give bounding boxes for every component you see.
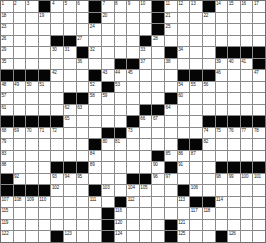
cell-r9c9[interactable]: 59 bbox=[102, 93, 114, 104]
cell-r11c12[interactable]: 66 bbox=[140, 116, 152, 127]
cell-r5c11[interactable] bbox=[127, 47, 139, 58]
cell-r9c15[interactable]: 60 bbox=[178, 93, 190, 104]
cell-r5c1[interactable]: 29 bbox=[1, 47, 13, 58]
cell-r19c5[interactable] bbox=[51, 208, 63, 219]
cell-r4c7[interactable]: 27 bbox=[77, 36, 89, 47]
cell-r5c2[interactable] bbox=[14, 47, 26, 58]
cell-r20c16[interactable] bbox=[190, 220, 202, 231]
cell-r3c5[interactable] bbox=[51, 24, 63, 35]
cell-r7c12[interactable] bbox=[140, 70, 152, 81]
cell-r21c4[interactable] bbox=[39, 231, 51, 242]
cell-r3c17[interactable] bbox=[203, 24, 215, 35]
cell-r21c17[interactable] bbox=[203, 231, 215, 242]
cell-r7c14[interactable] bbox=[165, 70, 177, 81]
cell-r13c13[interactable] bbox=[152, 139, 164, 150]
cell-r1c18[interactable]: 14 bbox=[216, 1, 228, 12]
cell-r5c10[interactable] bbox=[115, 47, 127, 58]
cell-r4c2[interactable] bbox=[14, 36, 26, 47]
cell-r14c12[interactable] bbox=[140, 151, 152, 162]
cell-r13c19[interactable] bbox=[228, 139, 240, 150]
cell-r3c14[interactable]: 25 bbox=[165, 24, 177, 35]
cell-r2c4[interactable]: 19 bbox=[39, 13, 51, 24]
cell-r9c19[interactable] bbox=[228, 93, 240, 104]
cell-r14c21[interactable] bbox=[253, 151, 265, 162]
cell-r7c19[interactable] bbox=[228, 70, 240, 81]
cell-r14c9[interactable] bbox=[102, 151, 114, 162]
cell-r14c15[interactable]: 86 bbox=[178, 151, 190, 162]
cell-r6c2[interactable] bbox=[14, 59, 26, 70]
cell-r1c2[interactable]: 2 bbox=[14, 1, 26, 12]
cell-r3c4[interactable] bbox=[39, 24, 51, 35]
cell-r6c20[interactable]: 41 bbox=[241, 59, 253, 70]
cell-r7c18[interactable]: 46 bbox=[216, 70, 228, 81]
cell-r12c18[interactable]: 75 bbox=[216, 128, 228, 139]
cell-r9c3[interactable] bbox=[26, 93, 38, 104]
cell-r7c21[interactable]: 47 bbox=[253, 70, 265, 81]
cell-r20c15[interactable]: 121 bbox=[178, 220, 190, 231]
cell-r19c21[interactable] bbox=[253, 208, 265, 219]
cell-r9c16[interactable] bbox=[190, 93, 202, 104]
cell-r12c2[interactable]: 69 bbox=[14, 128, 26, 139]
cell-r12c16[interactable] bbox=[190, 128, 202, 139]
cell-r16c21[interactable]: 101 bbox=[253, 174, 265, 185]
cell-r12c8[interactable] bbox=[89, 128, 101, 139]
cell-r16c8[interactable] bbox=[89, 174, 101, 185]
cell-r1c15[interactable]: 12 bbox=[178, 1, 190, 12]
cell-r18c7[interactable] bbox=[77, 197, 89, 208]
cell-r14c2[interactable] bbox=[14, 151, 26, 162]
cell-r12c17[interactable]: 74 bbox=[203, 128, 215, 139]
cell-r2c5[interactable] bbox=[51, 13, 63, 24]
cell-r5c6[interactable]: 31 bbox=[64, 47, 76, 58]
cell-r21c20[interactable] bbox=[241, 231, 253, 242]
cell-r16c15[interactable] bbox=[178, 174, 190, 185]
cell-r6c15[interactable] bbox=[178, 59, 190, 70]
cell-r8c3[interactable]: 50 bbox=[26, 82, 38, 93]
cell-r15c13[interactable]: 90 bbox=[152, 162, 164, 173]
cell-r12c6[interactable] bbox=[64, 128, 76, 139]
cell-r16c4[interactable] bbox=[39, 174, 51, 185]
cell-r13c14[interactable] bbox=[165, 139, 177, 150]
cell-r16c18[interactable]: 98 bbox=[216, 174, 228, 185]
cell-r12c14[interactable] bbox=[165, 128, 177, 139]
cell-r15c2[interactable] bbox=[14, 162, 26, 173]
cell-r4c19[interactable] bbox=[228, 36, 240, 47]
cell-r17c6[interactable] bbox=[64, 185, 76, 196]
cell-r20c21[interactable] bbox=[253, 220, 265, 231]
cell-r3c7[interactable] bbox=[77, 24, 89, 35]
cell-r2c10[interactable] bbox=[115, 13, 127, 24]
cell-r19c15[interactable] bbox=[178, 208, 190, 219]
cell-r2c11[interactable] bbox=[127, 13, 139, 24]
cell-r6c3[interactable] bbox=[26, 59, 38, 70]
cell-r5c17[interactable] bbox=[203, 47, 215, 58]
cell-r1c19[interactable]: 15 bbox=[228, 1, 240, 12]
cell-r18c2[interactable]: 108 bbox=[14, 197, 26, 208]
cell-r2c18[interactable] bbox=[216, 13, 228, 24]
cell-r16c20[interactable]: 100 bbox=[241, 174, 253, 185]
cell-r3c15[interactable] bbox=[178, 24, 190, 35]
cell-r20c5[interactable] bbox=[51, 220, 63, 231]
cell-r12c7[interactable] bbox=[77, 128, 89, 139]
cell-r6c18[interactable]: 39 bbox=[216, 59, 228, 70]
cell-r9c11[interactable] bbox=[127, 93, 139, 104]
cell-r10c2[interactable] bbox=[14, 105, 26, 116]
cell-r8c16[interactable]: 55 bbox=[190, 82, 202, 93]
cell-r19c14[interactable] bbox=[165, 208, 177, 219]
cell-r15c10[interactable] bbox=[115, 162, 127, 173]
cell-r14c4[interactable] bbox=[39, 151, 51, 162]
cell-r18c1[interactable]: 107 bbox=[1, 197, 13, 208]
cell-r4c21[interactable] bbox=[253, 36, 265, 47]
cell-r10c8[interactable] bbox=[89, 105, 101, 116]
cell-r19c20[interactable] bbox=[241, 208, 253, 219]
cell-r9c4[interactable] bbox=[39, 93, 51, 104]
cell-r13c1[interactable]: 79 bbox=[1, 139, 13, 150]
cell-r6c9[interactable] bbox=[102, 59, 114, 70]
cell-r18c14[interactable] bbox=[165, 197, 177, 208]
cell-r3c2[interactable] bbox=[14, 24, 26, 35]
cell-r17c21[interactable] bbox=[253, 185, 265, 196]
cell-r17c18[interactable] bbox=[216, 185, 228, 196]
cell-r11c16[interactable] bbox=[190, 116, 202, 127]
cell-r13c12[interactable] bbox=[140, 139, 152, 150]
cell-r4c14[interactable] bbox=[165, 36, 177, 47]
cell-r4c15[interactable] bbox=[178, 36, 190, 47]
cell-r16c9[interactable] bbox=[102, 174, 114, 185]
cell-r8c7[interactable] bbox=[77, 82, 89, 93]
cell-r18c9[interactable] bbox=[102, 197, 114, 208]
cell-r13c5[interactable] bbox=[51, 139, 63, 150]
cell-r14c10[interactable] bbox=[115, 151, 127, 162]
cell-r21c11[interactable] bbox=[127, 231, 139, 242]
cell-r11c8[interactable] bbox=[89, 116, 101, 127]
cell-r14c8[interactable]: 84 bbox=[89, 151, 101, 162]
cell-r14c18[interactable] bbox=[216, 151, 228, 162]
cell-r20c8[interactable] bbox=[89, 220, 101, 231]
cell-r11c9[interactable] bbox=[102, 116, 114, 127]
cell-r20c10[interactable]: 120 bbox=[115, 220, 127, 231]
cell-r10c5[interactable] bbox=[51, 105, 63, 116]
cell-r2c15[interactable] bbox=[178, 13, 190, 24]
cell-r14c5[interactable] bbox=[51, 151, 63, 162]
cell-r4c16[interactable] bbox=[190, 36, 202, 47]
cell-r21c13[interactable] bbox=[152, 231, 164, 242]
cell-r7c7[interactable] bbox=[77, 70, 89, 81]
cell-r19c19[interactable] bbox=[228, 208, 240, 219]
cell-r7c10[interactable]: 44 bbox=[115, 70, 127, 81]
cell-r8c18[interactable] bbox=[216, 82, 228, 93]
cell-r9c5[interactable] bbox=[51, 93, 63, 104]
cell-r9c12[interactable] bbox=[140, 93, 152, 104]
cell-r17c7[interactable] bbox=[77, 185, 89, 196]
cell-r20c7[interactable] bbox=[77, 220, 89, 231]
cell-r1c10[interactable]: 8 bbox=[115, 1, 127, 12]
cell-r4c13[interactable]: 28 bbox=[152, 36, 164, 47]
cell-r7c9[interactable]: 43 bbox=[102, 70, 114, 81]
cell-r8c6[interactable] bbox=[64, 82, 76, 93]
cell-r21c2[interactable] bbox=[14, 231, 26, 242]
cell-r10c17[interactable] bbox=[203, 105, 215, 116]
cell-r19c3[interactable] bbox=[26, 208, 38, 219]
cell-r17c9[interactable]: 103 bbox=[102, 185, 114, 196]
cell-r2c16[interactable] bbox=[190, 13, 202, 24]
cell-r8c19[interactable] bbox=[228, 82, 240, 93]
cell-r18c21[interactable] bbox=[253, 197, 265, 208]
cell-r16c19[interactable]: 99 bbox=[228, 174, 240, 185]
cell-r7c20[interactable] bbox=[241, 70, 253, 81]
cell-r21c19[interactable]: 126 bbox=[228, 231, 240, 242]
cell-r21c1[interactable]: 122 bbox=[1, 231, 13, 242]
cell-r3c12[interactable] bbox=[140, 24, 152, 35]
cell-r13c20[interactable] bbox=[241, 139, 253, 150]
cell-r3c11[interactable] bbox=[127, 24, 139, 35]
cell-r11c15[interactable] bbox=[178, 116, 190, 127]
cell-r18c18[interactable]: 114 bbox=[216, 197, 228, 208]
cell-r21c21[interactable] bbox=[253, 231, 265, 242]
cell-r8c15[interactable]: 54 bbox=[178, 82, 190, 93]
cell-r19c6[interactable] bbox=[64, 208, 76, 219]
cell-r14c6[interactable] bbox=[64, 151, 76, 162]
cell-r14c17[interactable] bbox=[203, 151, 215, 162]
cell-r12c3[interactable]: 70 bbox=[26, 128, 38, 139]
cell-r4c18[interactable] bbox=[216, 36, 228, 47]
cell-r17c13[interactable] bbox=[152, 185, 164, 196]
cell-r3c8[interactable]: 24 bbox=[89, 24, 101, 35]
cell-r2c12[interactable] bbox=[140, 13, 152, 24]
cell-r15c3[interactable] bbox=[26, 162, 38, 173]
cell-r9c8[interactable]: 58 bbox=[89, 93, 101, 104]
cell-r2c2[interactable] bbox=[14, 13, 26, 24]
cell-r5c15[interactable]: 34 bbox=[178, 47, 190, 58]
cell-r14c3[interactable] bbox=[26, 151, 38, 162]
cell-r9c10[interactable] bbox=[115, 93, 127, 104]
cell-r18c5[interactable] bbox=[51, 197, 63, 208]
cell-r18c12[interactable] bbox=[140, 197, 152, 208]
cell-r17c10[interactable] bbox=[115, 185, 127, 196]
cell-r17c5[interactable]: 102 bbox=[51, 185, 63, 196]
cell-r6c19[interactable]: 40 bbox=[228, 59, 240, 70]
cell-r2c6[interactable] bbox=[64, 13, 76, 24]
cell-r12c15[interactable] bbox=[178, 128, 190, 139]
cell-r9c13[interactable] bbox=[152, 93, 164, 104]
cell-r5c13[interactable] bbox=[152, 47, 164, 58]
cell-r17c17[interactable] bbox=[203, 185, 215, 196]
cell-r8c14[interactable] bbox=[165, 82, 177, 93]
cell-r1c11[interactable]: 9 bbox=[127, 1, 139, 12]
cell-r12c1[interactable]: 68 bbox=[1, 128, 13, 139]
cell-r5c8[interactable]: 32 bbox=[89, 47, 101, 58]
cell-r6c13[interactable] bbox=[152, 59, 164, 70]
cell-r15c4[interactable] bbox=[39, 162, 51, 173]
cell-r10c10[interactable] bbox=[115, 105, 127, 116]
cell-r13c9[interactable]: 80 bbox=[102, 139, 114, 150]
cell-r16c3[interactable] bbox=[26, 174, 38, 185]
cell-r15c8[interactable]: 89 bbox=[89, 162, 101, 173]
cell-r7c6[interactable] bbox=[64, 70, 76, 81]
cell-r20c2[interactable] bbox=[14, 220, 26, 231]
cell-r5c9[interactable] bbox=[102, 47, 114, 58]
cell-r16c13[interactable]: 96 bbox=[152, 174, 164, 185]
cell-r20c11[interactable] bbox=[127, 220, 139, 231]
cell-r21c6[interactable]: 123 bbox=[64, 231, 76, 242]
cell-r17c16[interactable]: 106 bbox=[190, 185, 202, 196]
cell-r11c7[interactable] bbox=[77, 116, 89, 127]
cell-r18c20[interactable] bbox=[241, 197, 253, 208]
cell-r10c20[interactable] bbox=[241, 105, 253, 116]
cell-r19c16[interactable]: 117 bbox=[190, 208, 202, 219]
cell-r16c5[interactable]: 93 bbox=[51, 174, 63, 185]
cell-r11c14[interactable] bbox=[165, 116, 177, 127]
cell-r13c6[interactable] bbox=[64, 139, 76, 150]
cell-r10c4[interactable] bbox=[39, 105, 51, 116]
cell-r8c11[interactable] bbox=[127, 82, 139, 93]
cell-r3c6[interactable] bbox=[64, 24, 76, 35]
cell-r10c6[interactable]: 62 bbox=[64, 105, 76, 116]
cell-r10c11[interactable] bbox=[127, 105, 139, 116]
cell-r10c7[interactable]: 63 bbox=[77, 105, 89, 116]
cell-r8c4[interactable]: 51 bbox=[39, 82, 51, 93]
cell-r19c8[interactable] bbox=[89, 208, 101, 219]
cell-r5c3[interactable] bbox=[26, 47, 38, 58]
cell-r8c10[interactable]: 53 bbox=[115, 82, 127, 93]
cell-r1c3[interactable]: 3 bbox=[26, 1, 38, 12]
cell-r14c11[interactable] bbox=[127, 151, 139, 162]
cell-r7c5[interactable]: 42 bbox=[51, 70, 63, 81]
cell-r2c3[interactable] bbox=[26, 13, 38, 24]
cell-r20c12[interactable] bbox=[140, 220, 152, 231]
cell-r9c21[interactable] bbox=[253, 93, 265, 104]
cell-r5c12[interactable]: 33 bbox=[140, 47, 152, 58]
cell-r6c17[interactable] bbox=[203, 59, 215, 70]
cell-r14c7[interactable] bbox=[77, 151, 89, 162]
cell-r21c7[interactable] bbox=[77, 231, 89, 242]
cell-r7c11[interactable]: 45 bbox=[127, 70, 139, 81]
cell-r3c9[interactable] bbox=[102, 24, 114, 35]
cell-r8c12[interactable] bbox=[140, 82, 152, 93]
cell-r3c19[interactable] bbox=[228, 24, 240, 35]
cell-r12c19[interactable]: 76 bbox=[228, 128, 240, 139]
cell-r8c21[interactable] bbox=[253, 82, 265, 93]
cell-r3c1[interactable]: 23 bbox=[1, 24, 13, 35]
cell-r15c15[interactable]: 91 bbox=[178, 162, 190, 173]
cell-r11c13[interactable]: 67 bbox=[152, 116, 164, 127]
cell-r18c8[interactable]: 111 bbox=[89, 197, 101, 208]
cell-r2c9[interactable]: 20 bbox=[102, 13, 114, 24]
cell-r18c6[interactable] bbox=[64, 197, 76, 208]
cell-r3c16[interactable] bbox=[190, 24, 202, 35]
cell-r4c8[interactable] bbox=[89, 36, 101, 47]
cell-r17c14[interactable] bbox=[165, 185, 177, 196]
cell-r17c12[interactable]: 105 bbox=[140, 185, 152, 196]
cell-r6c6[interactable] bbox=[64, 59, 76, 70]
cell-r19c11[interactable] bbox=[127, 208, 139, 219]
cell-r20c1[interactable]: 119 bbox=[1, 220, 13, 231]
cell-r16c7[interactable]: 95 bbox=[77, 174, 89, 185]
cell-r8c8[interactable]: 52 bbox=[89, 82, 101, 93]
cell-r17c11[interactable]: 104 bbox=[127, 185, 139, 196]
cell-r18c13[interactable] bbox=[152, 197, 164, 208]
cell-r19c2[interactable] bbox=[14, 208, 26, 219]
cell-r11c6[interactable]: 65 bbox=[64, 116, 76, 127]
cell-r12c20[interactable]: 77 bbox=[241, 128, 253, 139]
cell-r19c10[interactable]: 116 bbox=[115, 208, 127, 219]
cell-r9c20[interactable] bbox=[241, 93, 253, 104]
cell-r6c16[interactable] bbox=[190, 59, 202, 70]
cell-r10c18[interactable] bbox=[216, 105, 228, 116]
cell-r6c8[interactable] bbox=[89, 59, 101, 70]
cell-r15c9[interactable] bbox=[102, 162, 114, 173]
cell-r6c12[interactable]: 37 bbox=[140, 59, 152, 70]
cell-r3c18[interactable] bbox=[216, 24, 228, 35]
cell-r13c10[interactable]: 81 bbox=[115, 139, 127, 150]
cell-r1c1[interactable]: 1 bbox=[1, 1, 13, 12]
cell-r1c16[interactable]: 13 bbox=[190, 1, 202, 12]
cell-r2c17[interactable]: 22 bbox=[203, 13, 215, 24]
cell-r1c9[interactable]: 7 bbox=[102, 1, 114, 12]
cell-r14c20[interactable] bbox=[241, 151, 253, 162]
cell-r11c10[interactable] bbox=[115, 116, 127, 127]
cell-r19c13[interactable] bbox=[152, 208, 164, 219]
cell-r20c18[interactable] bbox=[216, 220, 228, 231]
cell-r20c20[interactable] bbox=[241, 220, 253, 231]
cell-r17c20[interactable] bbox=[241, 185, 253, 196]
cell-r20c19[interactable] bbox=[228, 220, 240, 231]
cell-r12c12[interactable] bbox=[140, 128, 152, 139]
cell-r6c4[interactable] bbox=[39, 59, 51, 70]
cell-r16c2[interactable]: 92 bbox=[14, 174, 26, 185]
cell-r21c12[interactable] bbox=[140, 231, 152, 242]
cell-r21c10[interactable]: 124 bbox=[115, 231, 127, 242]
cell-r10c15[interactable] bbox=[178, 105, 190, 116]
cell-r15c12[interactable] bbox=[140, 162, 152, 173]
cell-r19c4[interactable] bbox=[39, 208, 51, 219]
cell-r8c2[interactable]: 49 bbox=[14, 82, 26, 93]
cell-r5c4[interactable] bbox=[39, 47, 51, 58]
cell-r2c20[interactable] bbox=[241, 13, 253, 24]
cell-r4c1[interactable]: 26 bbox=[1, 36, 13, 47]
cell-r21c3[interactable] bbox=[26, 231, 38, 242]
cell-r6c7[interactable]: 36 bbox=[77, 59, 89, 70]
cell-r9c1[interactable]: 57 bbox=[1, 93, 13, 104]
cell-r13c21[interactable] bbox=[253, 139, 265, 150]
cell-r13c3[interactable] bbox=[26, 139, 38, 150]
cell-r18c19[interactable] bbox=[228, 197, 240, 208]
cell-r12c13[interactable] bbox=[152, 128, 164, 139]
cell-r10c19[interactable] bbox=[228, 105, 240, 116]
cell-r15c1[interactable]: 88 bbox=[1, 162, 13, 173]
cell-r13c4[interactable] bbox=[39, 139, 51, 150]
cell-r13c11[interactable] bbox=[127, 139, 139, 150]
cell-r10c3[interactable] bbox=[26, 105, 38, 116]
cell-r10c9[interactable] bbox=[102, 105, 114, 116]
cell-r3c20[interactable] bbox=[241, 24, 253, 35]
cell-r18c11[interactable]: 112 bbox=[127, 197, 139, 208]
cell-r1c20[interactable]: 16 bbox=[241, 1, 253, 12]
cell-r4c9[interactable] bbox=[102, 36, 114, 47]
cell-r18c4[interactable]: 110 bbox=[39, 197, 51, 208]
cell-r20c6[interactable] bbox=[64, 220, 76, 231]
cell-r4c3[interactable] bbox=[26, 36, 38, 47]
cell-r14c1[interactable]: 83 bbox=[1, 151, 13, 162]
cell-r2c14[interactable]: 21 bbox=[165, 13, 177, 24]
cell-r19c17[interactable]: 118 bbox=[203, 208, 215, 219]
cell-r13c7[interactable] bbox=[77, 139, 89, 150]
cell-r10c16[interactable] bbox=[190, 105, 202, 116]
cell-r4c10[interactable] bbox=[115, 36, 127, 47]
cell-r6c14[interactable]: 38 bbox=[165, 59, 177, 70]
cell-r10c14[interactable]: 64 bbox=[165, 105, 177, 116]
